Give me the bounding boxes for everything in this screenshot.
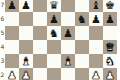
black-knight-icon: ♞ xyxy=(75,12,89,26)
white-bishop-icon: ♝ xyxy=(61,54,75,68)
square-d7[interactable]: ♛ xyxy=(47,0,61,12)
square-e4[interactable] xyxy=(61,40,75,54)
square-e5[interactable]: ♟ xyxy=(61,26,75,40)
square-h2[interactable]: ♟ xyxy=(103,68,117,80)
square-b6[interactable] xyxy=(19,12,33,26)
square-g5[interactable] xyxy=(89,26,103,40)
square-g6[interactable]: ♟ xyxy=(89,12,103,26)
black-pawn-icon: ♟ xyxy=(89,12,103,26)
square-e3[interactable]: ♝ xyxy=(61,54,75,68)
square-g4[interactable] xyxy=(89,40,103,54)
white-queen-icon: ♛ xyxy=(103,40,117,54)
chess-board: ♟♟♛♝♚♟♞♟♟♞♟♛♝♝♞♟♟♟♟ xyxy=(5,0,117,80)
square-d4[interactable] xyxy=(47,40,61,54)
black-knight-icon: ♞ xyxy=(47,26,61,40)
white-knight-icon: ♞ xyxy=(103,54,117,68)
white-pawn-icon: ♟ xyxy=(5,68,19,80)
square-d6[interactable]: ♟ xyxy=(47,12,61,26)
square-g7[interactable]: ♝ xyxy=(89,0,103,12)
chess-diagram: 765432 ♟♟♛♝♚♟♞♟♟♞♟♛♝♝♞♟♟♟♟ xyxy=(0,0,120,80)
square-f3[interactable] xyxy=(75,54,89,68)
square-f5[interactable] xyxy=(75,26,89,40)
square-a2[interactable]: ♟ xyxy=(5,68,19,80)
square-c3[interactable] xyxy=(33,54,47,68)
square-a7[interactable]: ♟ xyxy=(5,0,19,12)
square-c7[interactable] xyxy=(33,0,47,12)
square-g3[interactable] xyxy=(89,54,103,68)
square-f2[interactable] xyxy=(75,68,89,80)
black-bishop-icon: ♝ xyxy=(89,0,103,12)
square-f7[interactable] xyxy=(75,0,89,12)
black-pawn-icon: ♟ xyxy=(19,0,33,12)
square-b2[interactable]: ♟ xyxy=(19,68,33,80)
black-pawn-icon: ♟ xyxy=(103,12,117,26)
white-pawn-icon: ♟ xyxy=(19,68,33,80)
black-queen-icon: ♛ xyxy=(47,0,61,12)
square-a6[interactable] xyxy=(5,12,19,26)
square-c5[interactable] xyxy=(33,26,47,40)
square-g2[interactable]: ♟ xyxy=(89,68,103,80)
square-h4[interactable]: ♛ xyxy=(103,40,117,54)
square-h6[interactable]: ♟ xyxy=(103,12,117,26)
square-a5[interactable] xyxy=(5,26,19,40)
square-e7[interactable] xyxy=(61,0,75,12)
square-b5[interactable] xyxy=(19,26,33,40)
white-pawn-icon: ♟ xyxy=(89,68,103,80)
white-bishop-icon: ♝ xyxy=(19,54,33,68)
white-pawn-icon: ♟ xyxy=(103,68,117,80)
square-h3[interactable]: ♞ xyxy=(103,54,117,68)
square-d2[interactable] xyxy=(47,68,61,80)
square-e6[interactable] xyxy=(61,12,75,26)
square-b4[interactable] xyxy=(19,40,33,54)
square-a3[interactable] xyxy=(5,54,19,68)
square-h5[interactable] xyxy=(103,26,117,40)
black-pawn-icon: ♟ xyxy=(61,26,75,40)
black-pawn-icon: ♟ xyxy=(5,0,19,12)
black-pawn-icon: ♟ xyxy=(47,12,61,26)
square-d5[interactable]: ♞ xyxy=(47,26,61,40)
square-d3[interactable] xyxy=(47,54,61,68)
square-c4[interactable] xyxy=(33,40,47,54)
square-c2[interactable] xyxy=(33,68,47,80)
square-a4[interactable] xyxy=(5,40,19,54)
square-c6[interactable] xyxy=(33,12,47,26)
black-king-icon: ♚ xyxy=(103,0,117,12)
square-e2[interactable] xyxy=(61,68,75,80)
square-f6[interactable]: ♞ xyxy=(75,12,89,26)
square-b7[interactable]: ♟ xyxy=(19,0,33,12)
square-h7[interactable]: ♚ xyxy=(103,0,117,12)
square-b3[interactable]: ♝ xyxy=(19,54,33,68)
square-f4[interactable] xyxy=(75,40,89,54)
